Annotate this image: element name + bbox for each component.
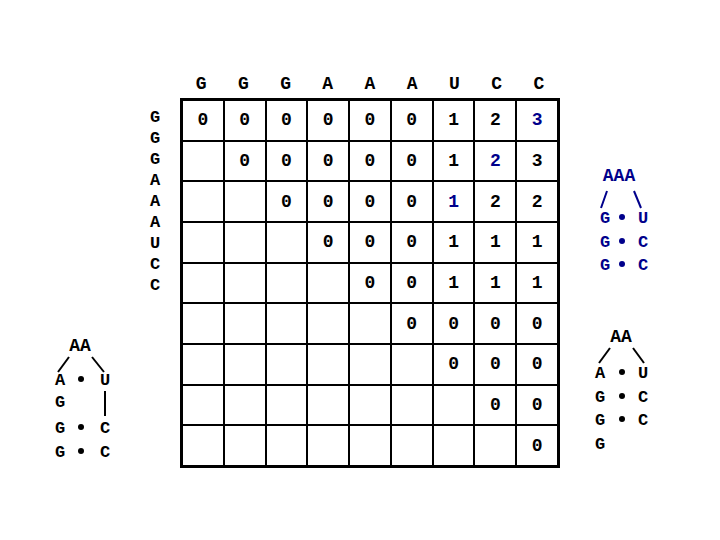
col-header-5: A	[349, 72, 391, 96]
matrix-cell-r4c9: 1	[517, 223, 557, 262]
matrix-cell-r4c6: 0	[392, 223, 432, 262]
matrix-cell-r3c4: 0	[308, 182, 348, 221]
matrix-cell-r4c7: 1	[434, 223, 474, 262]
alt1-left-connector-line	[58, 357, 69, 372]
matrix-cell-r2c1	[183, 142, 223, 181]
matrix-cell-r9c6	[392, 426, 432, 465]
matrix-cell-r2c8: 2	[475, 142, 515, 181]
alt2-loop-label: AA	[610, 327, 632, 347]
matrix-cell-r2c7: 1	[434, 142, 474, 181]
col-header-6: A	[391, 72, 433, 96]
matrix-cell-r4c1	[183, 223, 223, 262]
alt1-pair1-dot	[78, 376, 84, 382]
figure-canvas: G G G A A A U C C G G G A A A U C C 0000…	[0, 0, 720, 540]
optimal-pair1-dot	[619, 214, 625, 220]
row-label-3: G	[141, 149, 169, 170]
row-label-9: C	[141, 275, 169, 296]
optimal-pair3-right: C	[638, 256, 648, 275]
matrix-cell-r5c6: 0	[392, 264, 432, 303]
alt1-pair2-dot	[78, 424, 84, 430]
optimal-pair2-right: C	[638, 233, 648, 252]
matrix-cell-r4c8: 1	[475, 223, 515, 262]
matrix-cell-r3c2	[225, 182, 265, 221]
matrix-cell-r8c2	[225, 386, 265, 425]
matrix-cell-r7c3	[267, 345, 307, 384]
optimal-loop-label: AAA	[603, 166, 636, 186]
alt1-pair3-left: G	[55, 443, 65, 462]
matrix-cell-r5c1	[183, 264, 223, 303]
matrix-cell-r7c6	[392, 345, 432, 384]
matrix-cell-r1c3: 0	[267, 101, 307, 140]
matrix-cell-r3c7: 1	[434, 182, 474, 221]
matrix-cell-r3c8: 2	[475, 182, 515, 221]
matrix-cell-r1c9: 3	[517, 101, 557, 140]
matrix-cell-r7c4	[308, 345, 348, 384]
matrix-cell-r8c6	[392, 386, 432, 425]
matrix-cell-r2c2: 0	[225, 142, 265, 181]
alt1-pair1-left: A	[55, 371, 66, 390]
alt1-bulge-base: G	[55, 393, 65, 412]
matrix-cell-r8c8: 0	[475, 386, 515, 425]
alt1-pair1-right: U	[100, 371, 110, 390]
alt2-pair2-right: C	[638, 388, 648, 407]
matrix-cell-r3c5: 0	[350, 182, 390, 221]
matrix-cell-r3c9: 2	[517, 182, 557, 221]
alt2-pair1-left: A	[595, 364, 606, 383]
matrix-cell-r9c5	[350, 426, 390, 465]
matrix-cell-r6c7: 0	[434, 304, 474, 343]
matrix-cell-r4c3	[267, 223, 307, 262]
matrix-cell-r2c6: 0	[392, 142, 432, 181]
matrix-cell-r5c7: 1	[434, 264, 474, 303]
row-label-6: A	[141, 212, 169, 233]
matrix-cell-r2c4: 0	[308, 142, 348, 181]
matrix-cell-r7c8: 0	[475, 345, 515, 384]
col-header-1: G	[180, 72, 222, 96]
row-label-4: A	[141, 170, 169, 191]
alt1-right-connector-line	[92, 357, 104, 372]
matrix-cell-r6c6: 0	[392, 304, 432, 343]
optimal-pair1-left: G	[600, 209, 610, 228]
optimal-right-connector-line	[634, 191, 641, 208]
matrix-col-headers: G G G A A A U C C	[180, 72, 560, 96]
matrix-cell-r1c6: 0	[392, 101, 432, 140]
matrix-cell-r9c1	[183, 426, 223, 465]
alt2-dangling-base: G	[595, 435, 605, 454]
matrix-cell-r4c2	[225, 223, 265, 262]
matrix-cell-r7c7: 0	[434, 345, 474, 384]
matrix-cell-r1c2: 0	[225, 101, 265, 140]
matrix-cell-r5c8: 1	[475, 264, 515, 303]
alt2-right-connector-line	[633, 348, 644, 363]
alt2-left-connector-line	[599, 348, 610, 363]
col-header-7: U	[433, 72, 475, 96]
matrix-cell-r6c8: 0	[475, 304, 515, 343]
matrix-cell-r6c2	[225, 304, 265, 343]
alt2-pair2-dot	[619, 393, 625, 399]
matrix-cell-r2c5: 0	[350, 142, 390, 181]
matrix-cell-r2c9: 3	[517, 142, 557, 181]
hairpin-structure-alt1: AA A U G G C G C	[40, 332, 130, 462]
col-header-3: G	[264, 72, 306, 96]
alt1-pair2-left: G	[55, 419, 65, 438]
matrix-cell-r7c5	[350, 345, 390, 384]
alt1-pair3-right: C	[100, 443, 110, 462]
row-label-5: A	[141, 191, 169, 212]
matrix-cell-r8c7	[434, 386, 474, 425]
matrix-cell-r4c5: 0	[350, 223, 390, 262]
matrix-cell-r8c3	[267, 386, 307, 425]
alt2-pair3-left: G	[595, 411, 605, 430]
matrix-cell-r8c4	[308, 386, 348, 425]
col-header-8: C	[476, 72, 518, 96]
matrix-cell-r5c5: 0	[350, 264, 390, 303]
matrix-cell-r6c1	[183, 304, 223, 343]
matrix-cell-r3c6: 0	[392, 182, 432, 221]
matrix-cell-r6c9: 0	[517, 304, 557, 343]
dp-matrix-grid: 0000001230000012300001220001110011100000…	[180, 98, 560, 468]
matrix-cell-r8c1	[183, 386, 223, 425]
alt2-pair3-right: C	[638, 411, 648, 430]
row-label-1: G	[141, 107, 169, 128]
row-label-2: G	[141, 128, 169, 149]
matrix-cell-r8c5	[350, 386, 390, 425]
matrix-cell-r3c3: 0	[267, 182, 307, 221]
row-label-8: C	[141, 254, 169, 275]
alt1-pair3-dot	[78, 448, 84, 454]
matrix-cell-r5c3	[267, 264, 307, 303]
matrix-cell-r9c7	[434, 426, 474, 465]
matrix-cell-r5c4	[308, 264, 348, 303]
matrix-cell-r1c1: 0	[183, 101, 223, 140]
matrix-cell-r9c2	[225, 426, 265, 465]
matrix-cell-r9c4	[308, 426, 348, 465]
alt1-pair2-right: C	[100, 419, 110, 438]
matrix-cell-r1c7: 1	[434, 101, 474, 140]
matrix-cell-r9c3	[267, 426, 307, 465]
col-header-2: G	[222, 72, 264, 96]
matrix-cell-r6c5	[350, 304, 390, 343]
alt2-pair1-right: U	[638, 364, 648, 383]
hairpin-structure-alt2: AA A U G C G C G	[585, 322, 675, 457]
optimal-pair3-left: G	[600, 256, 610, 275]
matrix-cell-r5c2	[225, 264, 265, 303]
matrix-cell-r3c1	[183, 182, 223, 221]
matrix-cell-r6c4	[308, 304, 348, 343]
alt2-pair2-left: G	[595, 388, 605, 407]
optimal-left-connector-line	[601, 191, 607, 208]
matrix-cell-r2c3: 0	[267, 142, 307, 181]
matrix-row-labels: G G G A A A U C C	[141, 107, 169, 296]
col-header-4: A	[307, 72, 349, 96]
matrix-cell-r9c8	[475, 426, 515, 465]
matrix-cell-r1c4: 0	[308, 101, 348, 140]
optimal-pair2-left: G	[600, 233, 610, 252]
matrix-cell-r6c3	[267, 304, 307, 343]
matrix-cell-r7c9: 0	[517, 345, 557, 384]
alt2-pair3-dot	[619, 416, 625, 422]
hairpin-structure-optimal: AAA G U G C G C	[585, 160, 665, 280]
matrix-cell-r7c2	[225, 345, 265, 384]
optimal-pair1-right: U	[638, 209, 648, 228]
matrix-cell-r5c9: 1	[517, 264, 557, 303]
matrix-cell-r7c1	[183, 345, 223, 384]
matrix-cell-r9c9: 0	[517, 426, 557, 465]
alt1-loop-label: AA	[69, 336, 91, 356]
matrix-cell-r1c5: 0	[350, 101, 390, 140]
row-label-7: U	[141, 233, 169, 254]
matrix-cell-r8c9: 0	[517, 386, 557, 425]
col-header-9: C	[518, 72, 560, 96]
optimal-pair3-dot	[619, 261, 625, 267]
matrix-cell-r1c8: 2	[475, 101, 515, 140]
matrix-cell-r4c4: 0	[308, 223, 348, 262]
optimal-pair2-dot	[619, 238, 625, 244]
alt2-pair1-dot	[619, 369, 625, 375]
